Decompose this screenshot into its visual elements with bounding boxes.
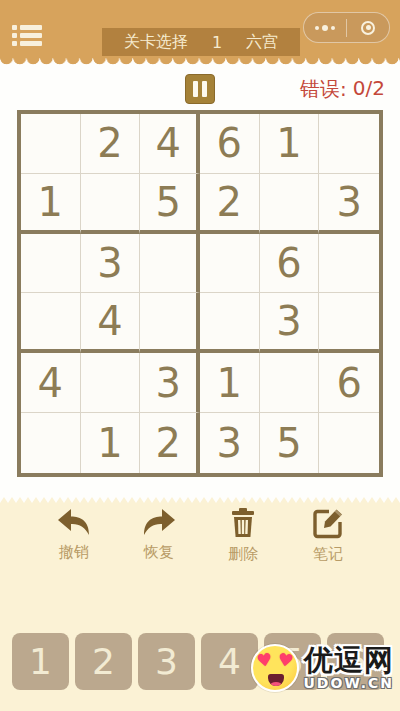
sudoku-cell-r1c3[interactable]: 4 bbox=[140, 114, 200, 174]
sudoku-cell-r1c1[interactable] bbox=[21, 114, 81, 174]
level-list-menu-icon[interactable] bbox=[12, 25, 42, 46]
toolbar: 撤销 恢复 删除 bbox=[38, 507, 364, 564]
sudoku-cell-r1c6[interactable] bbox=[319, 114, 379, 174]
sudoku-cell-r1c5[interactable]: 1 bbox=[260, 114, 320, 174]
title-label: 关卡选择 bbox=[124, 32, 188, 53]
sudoku-cell-r5c6[interactable]: 6 bbox=[319, 353, 379, 413]
numpad-key-3[interactable]: 3 bbox=[138, 633, 195, 690]
wechat-capsule bbox=[303, 12, 390, 43]
sudoku-cell-r2c1[interactable]: 1 bbox=[21, 174, 81, 234]
sudoku-cell-r4c5[interactable]: 3 bbox=[260, 293, 320, 353]
delete-button[interactable]: 删除 bbox=[207, 507, 279, 564]
more-options-button[interactable] bbox=[304, 25, 346, 31]
header-bar: 关卡选择 1 六宫 bbox=[0, 0, 400, 58]
sudoku-cell-r2c5[interactable] bbox=[260, 174, 320, 234]
sudoku-cell-r1c2[interactable]: 2 bbox=[81, 114, 141, 174]
sudoku-cell-r4c4[interactable] bbox=[200, 293, 260, 353]
sudoku-cell-r2c3[interactable]: 5 bbox=[140, 174, 200, 234]
sudoku-cell-r4c6[interactable] bbox=[319, 293, 379, 353]
numpad-key-4[interactable]: 4 bbox=[201, 633, 258, 690]
sudoku-cell-r5c3[interactable]: 3 bbox=[140, 353, 200, 413]
error-counter: 错误: 0/2 bbox=[300, 76, 385, 103]
pause-icon bbox=[193, 81, 198, 97]
delete-label: 删除 bbox=[228, 545, 258, 564]
numpad-key-2[interactable]: 2 bbox=[75, 633, 132, 690]
pencil-note-icon bbox=[312, 507, 344, 539]
sudoku-cell-r3c4[interactable] bbox=[200, 234, 260, 294]
undo-arrow-icon bbox=[56, 507, 92, 537]
numpad-key-1[interactable]: 1 bbox=[12, 633, 69, 690]
sudoku-cell-r6c4[interactable]: 3 bbox=[200, 413, 260, 473]
pause-button[interactable] bbox=[185, 74, 215, 104]
notes-label: 笔记 bbox=[313, 545, 343, 564]
error-value: 0/2 bbox=[353, 76, 385, 103]
sudoku-board: 24611523364343161235 bbox=[17, 110, 383, 477]
undo-button[interactable]: 撤销 bbox=[38, 507, 110, 564]
circle-dot-icon bbox=[361, 21, 375, 35]
heart-eyes-emoji: ♥ ♥ bbox=[251, 644, 299, 692]
redo-label: 恢复 bbox=[144, 543, 174, 562]
sudoku-cell-r6c6[interactable] bbox=[319, 413, 379, 473]
watermark-site-url: UDOW.CN bbox=[303, 675, 394, 691]
redo-arrow-icon bbox=[141, 507, 177, 537]
level-select-title[interactable]: 关卡选择 1 六宫 bbox=[102, 28, 300, 56]
sudoku-cell-r6c5[interactable]: 5 bbox=[260, 413, 320, 473]
sudoku-cell-r6c1[interactable] bbox=[21, 413, 81, 473]
trash-icon bbox=[227, 507, 259, 539]
watermark-site-name: 优逗网 bbox=[304, 645, 394, 675]
ellipsis-dots-icon bbox=[315, 26, 319, 30]
sudoku-cell-r3c3[interactable] bbox=[140, 234, 200, 294]
sudoku-cell-r2c6[interactable]: 3 bbox=[319, 174, 379, 234]
sudoku-cell-r6c3[interactable]: 2 bbox=[140, 413, 200, 473]
sudoku-cell-r3c6[interactable] bbox=[319, 234, 379, 294]
mode-label: 六宫 bbox=[246, 32, 278, 53]
sudoku-cell-r2c4[interactable]: 2 bbox=[200, 174, 260, 234]
sudoku-cell-r3c5[interactable]: 6 bbox=[260, 234, 320, 294]
undo-label: 撤销 bbox=[59, 543, 89, 562]
close-minimize-button[interactable] bbox=[347, 21, 389, 35]
sudoku-cell-r4c2[interactable]: 4 bbox=[81, 293, 141, 353]
site-watermark: ♥ ♥ 优逗网 UDOW.CN bbox=[251, 644, 394, 692]
sudoku-cell-r3c2[interactable]: 3 bbox=[81, 234, 141, 294]
sudoku-cell-r5c2[interactable] bbox=[81, 353, 141, 413]
level-number: 1 bbox=[212, 33, 222, 52]
app-screen: 关卡选择 1 六宫 错误: 0/2 24611523364343161235 bbox=[0, 0, 400, 711]
error-label: 错误: bbox=[300, 76, 347, 103]
sudoku-cell-r4c1[interactable] bbox=[21, 293, 81, 353]
sudoku-cell-r5c5[interactable] bbox=[260, 353, 320, 413]
sudoku-cell-r4c3[interactable] bbox=[140, 293, 200, 353]
sudoku-cell-r5c4[interactable]: 1 bbox=[200, 353, 260, 413]
sudoku-cell-r5c1[interactable]: 4 bbox=[21, 353, 81, 413]
sudoku-cell-r3c1[interactable] bbox=[21, 234, 81, 294]
sudoku-cell-r2c2[interactable] bbox=[81, 174, 141, 234]
redo-button[interactable]: 恢复 bbox=[123, 507, 195, 564]
sudoku-cell-r6c2[interactable]: 1 bbox=[81, 413, 141, 473]
scallop-edge bbox=[0, 58, 400, 67]
sudoku-cell-r1c4[interactable]: 6 bbox=[200, 114, 260, 174]
notes-button[interactable]: 笔记 bbox=[292, 507, 364, 564]
